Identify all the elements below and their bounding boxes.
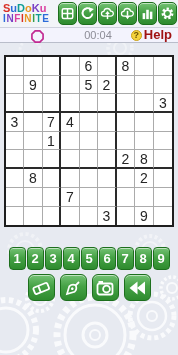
cell-r4c1[interactable]: 3 bbox=[6, 113, 25, 132]
cell-r7c7[interactable] bbox=[117, 169, 136, 188]
numpad-6-button[interactable]: 6 bbox=[99, 247, 116, 270]
restart-button[interactable] bbox=[78, 2, 97, 25]
logo-letter: E bbox=[42, 13, 49, 25]
status-bar: 00:04 ? Help bbox=[0, 27, 178, 43]
sudoku-board: 68952337412882739 bbox=[4, 55, 175, 227]
cell-r5c2[interactable] bbox=[24, 132, 43, 151]
cell-r7c3[interactable] bbox=[43, 169, 62, 188]
cell-r5c6[interactable] bbox=[98, 132, 117, 151]
app-logo: SuDoKu INFINITE bbox=[1, 3, 58, 24]
cell-r3c1[interactable] bbox=[6, 94, 25, 113]
octagon-shape-icon bbox=[31, 29, 44, 42]
bar-chart-icon bbox=[140, 6, 155, 21]
cell-r9c2[interactable] bbox=[24, 207, 43, 226]
tools-row bbox=[0, 274, 178, 301]
cell-r9c6[interactable]: 3 bbox=[98, 207, 117, 226]
cell-r1c1[interactable] bbox=[6, 57, 25, 76]
cell-r6c4[interactable] bbox=[61, 150, 80, 169]
eraser-icon bbox=[31, 278, 51, 298]
cell-r8c3[interactable] bbox=[43, 188, 62, 207]
cell-r5c7[interactable] bbox=[117, 132, 136, 151]
cell-r8c4[interactable]: 7 bbox=[61, 188, 80, 207]
cloud-download-icon bbox=[120, 6, 135, 21]
cell-r2c8[interactable] bbox=[135, 76, 154, 95]
cell-r2c9[interactable] bbox=[154, 76, 173, 95]
cell-r7c5[interactable] bbox=[80, 169, 99, 188]
cell-r9c1[interactable] bbox=[6, 207, 25, 226]
cell-r8c8[interactable] bbox=[135, 188, 154, 207]
cell-r7c8[interactable]: 2 bbox=[135, 169, 154, 188]
cell-r4c9[interactable] bbox=[154, 113, 173, 132]
cell-r2c7[interactable] bbox=[117, 76, 136, 95]
rewind-icon bbox=[127, 278, 147, 298]
cell-r5c3[interactable]: 1 bbox=[43, 132, 62, 151]
numpad-7-button[interactable]: 7 bbox=[117, 247, 134, 270]
cell-r2c1[interactable] bbox=[6, 76, 25, 95]
cell-r4c2[interactable] bbox=[24, 113, 43, 132]
camera-button[interactable] bbox=[92, 274, 119, 301]
cell-r3c3[interactable] bbox=[43, 94, 62, 113]
cell-r7c6[interactable] bbox=[98, 169, 117, 188]
cell-r9c5[interactable] bbox=[80, 207, 99, 226]
cell-r5c5[interactable] bbox=[80, 132, 99, 151]
new-puzzle-button[interactable] bbox=[58, 2, 77, 25]
pen-button[interactable] bbox=[60, 274, 87, 301]
cell-r2c6[interactable]: 2 bbox=[98, 76, 117, 95]
cell-r4c8[interactable] bbox=[135, 113, 154, 132]
timer: 00:04 bbox=[78, 29, 118, 41]
cell-r1c9[interactable] bbox=[154, 57, 173, 76]
cell-r1c8[interactable] bbox=[135, 57, 154, 76]
cell-r5c9[interactable] bbox=[154, 132, 173, 151]
logo-letter: F bbox=[14, 13, 21, 25]
camera-icon bbox=[95, 278, 115, 298]
cell-r9c7[interactable] bbox=[117, 207, 136, 226]
cell-r3c9[interactable]: 3 bbox=[154, 94, 173, 113]
cell-r6c5[interactable] bbox=[80, 150, 99, 169]
cell-r5c8[interactable] bbox=[135, 132, 154, 151]
download-button[interactable] bbox=[118, 2, 137, 25]
numpad: 123456789 bbox=[0, 247, 178, 270]
cell-r6c7[interactable]: 2 bbox=[117, 150, 136, 169]
cell-r1c4[interactable] bbox=[61, 57, 80, 76]
help-label: Help bbox=[144, 28, 172, 42]
cell-r6c9[interactable] bbox=[154, 150, 173, 169]
cell-r3c5[interactable] bbox=[80, 94, 99, 113]
cell-r3c8[interactable] bbox=[135, 94, 154, 113]
logo-letter: N bbox=[24, 13, 32, 25]
cell-r6c8[interactable]: 8 bbox=[135, 150, 154, 169]
cell-r4c5[interactable] bbox=[80, 113, 99, 132]
cell-r3c4[interactable] bbox=[61, 94, 80, 113]
cell-r4c6[interactable] bbox=[98, 113, 117, 132]
cell-r3c6[interactable] bbox=[98, 94, 117, 113]
cell-r6c3[interactable] bbox=[43, 150, 62, 169]
help-icon: ? bbox=[131, 30, 142, 41]
cell-r1c3[interactable] bbox=[43, 57, 62, 76]
cell-r8c1[interactable] bbox=[6, 188, 25, 207]
cell-r8c6[interactable] bbox=[98, 188, 117, 207]
cell-r3c7[interactable] bbox=[117, 94, 136, 113]
numpad-8-button[interactable]: 8 bbox=[135, 247, 152, 270]
eraser-button[interactable] bbox=[28, 274, 55, 301]
restart-icon bbox=[80, 6, 95, 21]
numpad-9-button[interactable]: 9 bbox=[153, 247, 170, 270]
cell-r4c3[interactable]: 7 bbox=[43, 113, 62, 132]
cell-r2c4[interactable] bbox=[61, 76, 80, 95]
upload-button[interactable] bbox=[98, 2, 117, 25]
toolbar-buttons bbox=[58, 2, 177, 25]
cell-r8c2[interactable] bbox=[24, 188, 43, 207]
rewind-button[interactable] bbox=[124, 274, 151, 301]
cell-r5c4[interactable] bbox=[61, 132, 80, 151]
numpad-5-button[interactable]: 5 bbox=[81, 247, 98, 270]
cell-r6c6[interactable] bbox=[98, 150, 117, 169]
logo-line2: INFINITE bbox=[3, 14, 58, 25]
cell-r9c4[interactable] bbox=[61, 207, 80, 226]
cell-r9c8[interactable]: 9 bbox=[135, 207, 154, 226]
board-plus-icon bbox=[60, 6, 75, 21]
cloud-upload-icon bbox=[100, 6, 115, 21]
gear-icon bbox=[160, 6, 175, 21]
settings-button[interactable] bbox=[158, 2, 177, 25]
cell-r7c4[interactable] bbox=[61, 169, 80, 188]
cell-r9c9[interactable] bbox=[154, 207, 173, 226]
cell-r9c3[interactable] bbox=[43, 207, 62, 226]
cell-r8c5[interactable] bbox=[80, 188, 99, 207]
cell-r1c7[interactable]: 8 bbox=[117, 57, 136, 76]
numpad-2-button[interactable]: 2 bbox=[27, 247, 44, 270]
cell-r6c1[interactable] bbox=[6, 150, 25, 169]
cell-r4c4[interactable]: 4 bbox=[61, 113, 80, 132]
numpad-4-button[interactable]: 4 bbox=[63, 247, 80, 270]
numpad-1-button[interactable]: 1 bbox=[9, 247, 26, 270]
cell-r2c5[interactable]: 5 bbox=[80, 76, 99, 95]
numpad-3-button[interactable]: 3 bbox=[45, 247, 62, 270]
pen-icon bbox=[63, 278, 83, 298]
stats-button[interactable] bbox=[138, 2, 157, 25]
cell-r6c2[interactable] bbox=[24, 150, 43, 169]
cell-r2c3[interactable] bbox=[43, 76, 62, 95]
cell-r8c9[interactable] bbox=[154, 188, 173, 207]
cell-r5c1[interactable] bbox=[6, 132, 25, 151]
cell-r1c2[interactable] bbox=[24, 57, 43, 76]
cell-r3c2[interactable] bbox=[24, 94, 43, 113]
cell-r7c9[interactable] bbox=[154, 169, 173, 188]
help-button[interactable]: ? Help bbox=[131, 28, 172, 42]
cell-r4c7[interactable] bbox=[117, 113, 136, 132]
cell-r7c1[interactable] bbox=[6, 169, 25, 188]
cell-r1c5[interactable]: 6 bbox=[80, 57, 99, 76]
top-toolbar: SuDoKu INFINITE bbox=[0, 0, 178, 27]
cell-r2c2[interactable]: 9 bbox=[24, 76, 43, 95]
cell-r7c2[interactable]: 8 bbox=[24, 169, 43, 188]
cell-r8c7[interactable] bbox=[117, 188, 136, 207]
cell-r1c6[interactable] bbox=[98, 57, 117, 76]
